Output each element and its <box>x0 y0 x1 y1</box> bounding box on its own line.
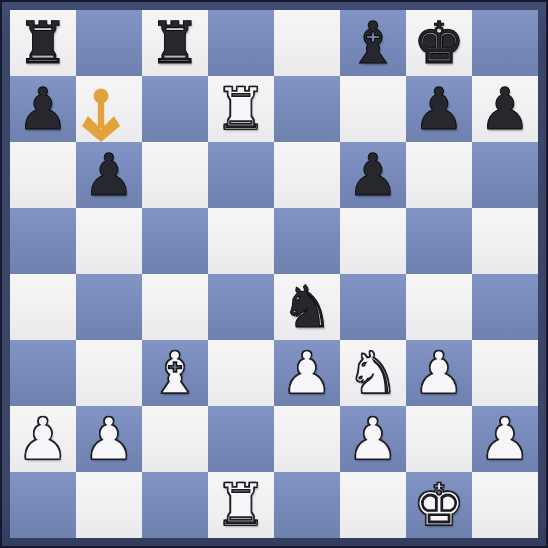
piece-white-king[interactable]: ♚ <box>406 472 472 538</box>
square-a8[interactable]: ♜ <box>10 10 76 76</box>
piece-black-knight[interactable]: ♞ <box>274 274 340 340</box>
square-a1[interactable] <box>10 472 76 538</box>
square-g1[interactable]: ♚ <box>406 472 472 538</box>
square-a6[interactable] <box>10 142 76 208</box>
square-c1[interactable] <box>142 472 208 538</box>
board: ♜♜♝♚♟♜♟♟♟♟♞♝♟♞♟♟♟♟♟♜♚ <box>10 10 538 538</box>
square-h7[interactable]: ♟ <box>472 76 538 142</box>
square-h2[interactable]: ♟ <box>472 406 538 472</box>
piece-black-king[interactable]: ♚ <box>406 10 472 76</box>
square-a5[interactable] <box>10 208 76 274</box>
square-f5[interactable] <box>340 208 406 274</box>
square-b6[interactable]: ♟ <box>76 142 142 208</box>
square-c5[interactable] <box>142 208 208 274</box>
square-c7[interactable] <box>142 76 208 142</box>
square-d4[interactable] <box>208 274 274 340</box>
square-b1[interactable] <box>76 472 142 538</box>
square-e2[interactable] <box>274 406 340 472</box>
square-d2[interactable] <box>208 406 274 472</box>
square-e3[interactable]: ♟ <box>274 340 340 406</box>
square-g3[interactable]: ♟ <box>406 340 472 406</box>
square-g5[interactable] <box>406 208 472 274</box>
square-g7[interactable]: ♟ <box>406 76 472 142</box>
square-b8[interactable] <box>76 10 142 76</box>
square-d7[interactable]: ♜ <box>208 76 274 142</box>
square-b7[interactable] <box>76 76 142 142</box>
square-f4[interactable] <box>340 274 406 340</box>
piece-white-pawn[interactable]: ♟ <box>472 406 538 472</box>
piece-white-rook[interactable]: ♜ <box>208 472 274 538</box>
square-f1[interactable] <box>340 472 406 538</box>
square-d8[interactable] <box>208 10 274 76</box>
piece-black-pawn[interactable]: ♟ <box>406 76 472 142</box>
square-h6[interactable] <box>472 142 538 208</box>
piece-white-bishop[interactable]: ♝ <box>142 340 208 406</box>
square-d3[interactable] <box>208 340 274 406</box>
square-f2[interactable]: ♟ <box>340 406 406 472</box>
square-c4[interactable] <box>142 274 208 340</box>
square-a3[interactable] <box>10 340 76 406</box>
piece-black-pawn[interactable]: ♟ <box>340 142 406 208</box>
square-a7[interactable]: ♟ <box>10 76 76 142</box>
square-d5[interactable] <box>208 208 274 274</box>
square-b5[interactable] <box>76 208 142 274</box>
square-h1[interactable] <box>472 472 538 538</box>
piece-white-pawn[interactable]: ♟ <box>406 340 472 406</box>
square-b3[interactable] <box>76 340 142 406</box>
piece-black-pawn[interactable]: ♟ <box>10 76 76 142</box>
square-f6[interactable]: ♟ <box>340 142 406 208</box>
square-c8[interactable]: ♜ <box>142 10 208 76</box>
square-e4[interactable]: ♞ <box>274 274 340 340</box>
square-f8[interactable]: ♝ <box>340 10 406 76</box>
piece-white-pawn[interactable]: ♟ <box>76 406 142 472</box>
piece-white-pawn[interactable]: ♟ <box>10 406 76 472</box>
square-b4[interactable] <box>76 274 142 340</box>
square-h8[interactable] <box>472 10 538 76</box>
square-g4[interactable] <box>406 274 472 340</box>
piece-black-rook[interactable]: ♜ <box>142 10 208 76</box>
square-c2[interactable] <box>142 406 208 472</box>
square-d6[interactable] <box>208 142 274 208</box>
square-c3[interactable]: ♝ <box>142 340 208 406</box>
square-e1[interactable] <box>274 472 340 538</box>
square-g6[interactable] <box>406 142 472 208</box>
piece-black-pawn[interactable]: ♟ <box>472 76 538 142</box>
square-h4[interactable] <box>472 274 538 340</box>
piece-white-pawn[interactable]: ♟ <box>340 406 406 472</box>
square-f3[interactable]: ♞ <box>340 340 406 406</box>
piece-white-rook[interactable]: ♜ <box>208 76 274 142</box>
square-e7[interactable] <box>274 76 340 142</box>
square-e6[interactable] <box>274 142 340 208</box>
square-f7[interactable] <box>340 76 406 142</box>
piece-black-pawn[interactable]: ♟ <box>76 142 142 208</box>
square-g8[interactable]: ♚ <box>406 10 472 76</box>
square-a4[interactable] <box>10 274 76 340</box>
piece-white-pawn[interactable]: ♟ <box>274 340 340 406</box>
piece-black-rook[interactable]: ♜ <box>10 10 76 76</box>
chess-board-frame: ♜♜♝♚♟♜♟♟♟♟♞♝♟♞♟♟♟♟♟♜♚ <box>0 0 548 548</box>
square-e8[interactable] <box>274 10 340 76</box>
square-d1[interactable]: ♜ <box>208 472 274 538</box>
square-b2[interactable]: ♟ <box>76 406 142 472</box>
square-h3[interactable] <box>472 340 538 406</box>
square-g2[interactable] <box>406 406 472 472</box>
square-a2[interactable]: ♟ <box>10 406 76 472</box>
square-c6[interactable] <box>142 142 208 208</box>
piece-white-knight[interactable]: ♞ <box>340 340 406 406</box>
square-h5[interactable] <box>472 208 538 274</box>
piece-black-bishop[interactable]: ♝ <box>340 10 406 76</box>
square-e5[interactable] <box>274 208 340 274</box>
